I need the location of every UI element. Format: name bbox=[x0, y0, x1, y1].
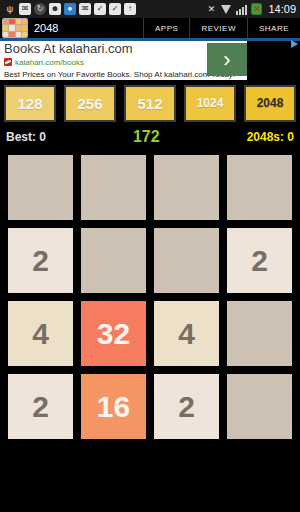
game-board[interactable]: 2 2 4 32 4 2 16 2 bbox=[0, 148, 300, 446]
advertiser-favicon bbox=[4, 58, 12, 66]
action-menu: APPS REVIEW SHARE bbox=[143, 18, 300, 38]
board-cell bbox=[227, 155, 292, 220]
signal-bars-icon bbox=[236, 4, 247, 15]
win-count: 2048s: 0 bbox=[247, 130, 294, 144]
current-score: 172 bbox=[133, 128, 160, 146]
clock: 14:09 bbox=[268, 3, 296, 15]
title-bar: 2048 APPS REVIEW SHARE bbox=[0, 18, 300, 38]
ad-cta-button[interactable]: › bbox=[207, 43, 247, 76]
board-cell bbox=[154, 228, 219, 293]
board-cell: 32 bbox=[81, 301, 146, 366]
goal-tile-2048: 2048 bbox=[244, 85, 296, 122]
mail-outline-icon: ✉ bbox=[79, 3, 91, 15]
ad-banner[interactable]: Books At kalahari.com kalahari.com/books… bbox=[0, 38, 300, 80]
contact-icon: ☻ bbox=[49, 3, 61, 15]
playstore-installed-icon: ✓ bbox=[109, 3, 121, 15]
board-cell bbox=[81, 155, 146, 220]
board-cell bbox=[227, 301, 292, 366]
goal-tile-128: 128 bbox=[4, 85, 56, 122]
network-off-icon: ✕ bbox=[205, 3, 217, 15]
messenger-icon: ● bbox=[64, 3, 76, 15]
app-icon-2048 bbox=[2, 18, 28, 38]
email-icon: ✉ bbox=[19, 3, 31, 15]
sync-icon: ↻ bbox=[34, 3, 46, 15]
apps-button[interactable]: APPS bbox=[143, 18, 189, 38]
app-title: 2048 bbox=[34, 22, 58, 34]
goal-tile-1024: 1024 bbox=[184, 85, 236, 122]
goal-tiles-row: 128 256 512 1024 2048 bbox=[0, 80, 300, 126]
board-cell: 2 bbox=[227, 228, 292, 293]
board-cell: 4 bbox=[154, 301, 219, 366]
score-row: Best: 0 172 2048s: 0 bbox=[0, 126, 300, 148]
board-cell bbox=[81, 228, 146, 293]
board-cell: 2 bbox=[154, 374, 219, 439]
adchoices-icon[interactable] bbox=[291, 40, 298, 48]
board-cell: 2 bbox=[8, 228, 73, 293]
best-score: Best: 0 bbox=[6, 130, 46, 144]
phone-screen: ψ ✉ ↻ ☻ ● ✉ ✓ ✓ ↑ ✕ ✕ 14:09 2048 APPS RE… bbox=[0, 0, 300, 512]
status-bar: ψ ✉ ↻ ☻ ● ✉ ✓ ✓ ↑ ✕ ✕ 14:09 bbox=[0, 0, 300, 18]
board-cell bbox=[8, 155, 73, 220]
battery-icon: ✕ bbox=[251, 3, 262, 15]
board-cell bbox=[154, 155, 219, 220]
share-button[interactable]: SHARE bbox=[247, 18, 300, 38]
goal-tile-256: 256 bbox=[64, 85, 116, 122]
playstore-update-icon: ↑ bbox=[124, 3, 136, 15]
board-cell: 4 bbox=[8, 301, 73, 366]
board-cell bbox=[227, 374, 292, 439]
ad-display-url[interactable]: kalahari.com/books bbox=[15, 58, 84, 67]
review-button[interactable]: REVIEW bbox=[189, 18, 247, 38]
board-cell: 2 bbox=[8, 374, 73, 439]
board-cell: 16 bbox=[81, 374, 146, 439]
goal-tile-512: 512 bbox=[124, 85, 176, 122]
usb-icon: ψ bbox=[4, 3, 16, 15]
wifi-icon bbox=[221, 5, 231, 14]
playstore-installed-icon: ✓ bbox=[94, 3, 106, 15]
